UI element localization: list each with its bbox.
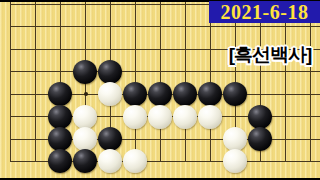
board-point [248, 83, 273, 105]
date-banner: 2021-6-18 [209, 1, 320, 23]
board-point [173, 105, 198, 127]
board-point [98, 128, 123, 150]
board-point [198, 105, 223, 127]
letterbox-bar-bottom [0, 178, 320, 180]
board-point [98, 105, 123, 127]
board-point [123, 61, 148, 83]
board-point [0, 16, 23, 38]
black-stone [98, 127, 122, 151]
board-point [48, 61, 73, 83]
board-point [73, 38, 98, 60]
white-stone [123, 105, 147, 129]
black-stone [123, 82, 147, 106]
board-point [173, 16, 198, 38]
board-point [273, 83, 298, 105]
board-point [273, 150, 298, 172]
board-point [48, 16, 73, 38]
board-point [98, 150, 123, 172]
board-point [98, 0, 123, 16]
black-stone [248, 105, 272, 129]
board-point [0, 38, 23, 60]
problem-caption: [흑선백사] [224, 43, 316, 67]
board-point [198, 150, 223, 172]
board-point [0, 128, 23, 150]
board-point [148, 83, 173, 105]
board-point [173, 83, 198, 105]
black-stone [48, 105, 72, 129]
white-stone [148, 105, 172, 129]
board-point [148, 0, 173, 16]
board-point [223, 83, 248, 105]
board-point [148, 128, 173, 150]
board-point [73, 0, 98, 16]
board-point [148, 105, 173, 127]
black-stone [48, 82, 72, 106]
black-stone [73, 149, 97, 173]
board-point [273, 105, 298, 127]
board-point [173, 38, 198, 60]
board-point [223, 128, 248, 150]
black-stone [98, 60, 122, 84]
board-point [148, 38, 173, 60]
board-point [98, 61, 123, 83]
white-stone [98, 149, 122, 173]
board-point [223, 105, 248, 127]
white-stone [123, 149, 147, 173]
board-point [298, 150, 320, 172]
board-point [73, 150, 98, 172]
white-stone [223, 149, 247, 173]
board-point [248, 105, 273, 127]
board-point [98, 38, 123, 60]
board-point [148, 61, 173, 83]
board-point [0, 150, 23, 172]
board-point [48, 105, 73, 127]
board-point [23, 83, 48, 105]
video-thumbnail: 2021-6-18 [흑선백사] [0, 0, 320, 180]
board-point [48, 83, 73, 105]
black-stone [148, 82, 172, 106]
board-point [73, 105, 98, 127]
board-point [123, 38, 148, 60]
board-point [23, 105, 48, 127]
board-point [98, 83, 123, 105]
board-point [123, 16, 148, 38]
board-point [73, 16, 98, 38]
board-point [298, 105, 320, 127]
board-point [0, 61, 23, 83]
black-stone [223, 82, 247, 106]
board-point [198, 128, 223, 150]
white-stone [173, 105, 197, 129]
board-point [0, 83, 23, 105]
board-point [73, 128, 98, 150]
board-point [273, 128, 298, 150]
board-point [173, 128, 198, 150]
board-point [198, 83, 223, 105]
board-point [298, 83, 320, 105]
white-stone [223, 127, 247, 151]
black-stone [248, 127, 272, 151]
board-point [48, 150, 73, 172]
board-point [0, 0, 23, 16]
board-point [248, 150, 273, 172]
white-stone [73, 105, 97, 129]
board-point [148, 150, 173, 172]
board-point [23, 150, 48, 172]
board-point [23, 0, 48, 16]
white-stone [73, 127, 97, 151]
board-point [298, 128, 320, 150]
board-point [148, 16, 173, 38]
board-point [123, 128, 148, 150]
white-stone [198, 105, 222, 129]
board-point [23, 61, 48, 83]
board-point [123, 150, 148, 172]
board-point [223, 150, 248, 172]
board-point [48, 0, 73, 16]
board-point [73, 83, 98, 105]
black-stone [48, 127, 72, 151]
board-point [173, 150, 198, 172]
black-stone [173, 82, 197, 106]
board-point [123, 83, 148, 105]
board-point [0, 105, 23, 127]
board-point [48, 38, 73, 60]
board-point [123, 0, 148, 16]
board-point [23, 16, 48, 38]
board-point [73, 61, 98, 83]
board-point [173, 0, 198, 16]
board-point [173, 61, 198, 83]
board-point [23, 38, 48, 60]
board-point [98, 16, 123, 38]
black-stone [198, 82, 222, 106]
board-point [123, 105, 148, 127]
black-stone [73, 60, 97, 84]
white-stone [98, 82, 122, 106]
date-text: 2021-6-18 [221, 1, 309, 23]
board-point [248, 128, 273, 150]
board-point [48, 128, 73, 150]
board-point [198, 38, 223, 60]
board-point [198, 61, 223, 83]
black-stone [48, 149, 72, 173]
board-grid [0, 0, 320, 173]
board-point [23, 128, 48, 150]
